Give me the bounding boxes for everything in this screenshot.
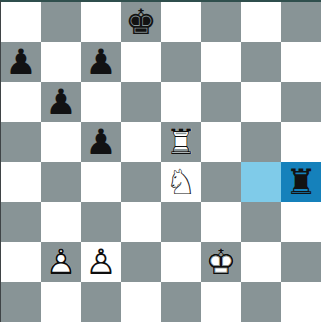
- piece-black-pawn-b6[interactable]: ♟: [41, 82, 81, 122]
- square-h5[interactable]: [281, 122, 321, 162]
- square-g6[interactable]: [241, 82, 281, 122]
- square-e8[interactable]: [161, 2, 201, 42]
- square-c8[interactable]: [81, 2, 121, 42]
- white-piece-outline-layer: ♖: [161, 122, 201, 162]
- black-piece-glyph: ♟: [81, 42, 121, 82]
- square-b2[interactable]: ♟♙: [41, 242, 81, 282]
- square-h3[interactable]: [281, 202, 321, 242]
- chess-board: ♚♟♟♟♟♜♖♞♘♜♟♙♟♙♚♔: [1, 2, 321, 322]
- piece-black-rook-h4[interactable]: ♜: [281, 162, 321, 202]
- square-b1[interactable]: [41, 282, 81, 322]
- square-e1[interactable]: [161, 282, 201, 322]
- piece-black-pawn-c5[interactable]: ♟: [81, 122, 121, 162]
- black-piece-glyph: ♚: [121, 2, 161, 42]
- square-f7[interactable]: [201, 42, 241, 82]
- square-a7[interactable]: ♟: [1, 42, 41, 82]
- black-piece-glyph: ♜: [281, 162, 321, 202]
- white-piece-outline-layer: ♙: [41, 242, 81, 282]
- square-a8[interactable]: [1, 2, 41, 42]
- square-c4[interactable]: [81, 162, 121, 202]
- square-g7[interactable]: [241, 42, 281, 82]
- piece-white-knight-e4[interactable]: ♞♘: [161, 162, 201, 202]
- square-f2[interactable]: ♚♔: [201, 242, 241, 282]
- square-h2[interactable]: [281, 242, 321, 282]
- square-a2[interactable]: [1, 242, 41, 282]
- square-h7[interactable]: [281, 42, 321, 82]
- piece-white-pawn-c2[interactable]: ♟♙: [81, 242, 121, 282]
- square-d2[interactable]: [121, 242, 161, 282]
- square-a4[interactable]: [1, 162, 41, 202]
- square-h4[interactable]: ♜: [281, 162, 321, 202]
- black-piece-glyph: ♟: [1, 42, 41, 82]
- piece-white-king-f2[interactable]: ♚♔: [201, 242, 241, 282]
- square-b3[interactable]: [41, 202, 81, 242]
- square-g4[interactable]: [241, 162, 281, 202]
- square-a3[interactable]: [1, 202, 41, 242]
- square-b8[interactable]: [41, 2, 81, 42]
- piece-white-rook-e5[interactable]: ♜♖: [161, 122, 201, 162]
- square-d1[interactable]: [121, 282, 161, 322]
- square-g1[interactable]: [241, 282, 281, 322]
- square-a5[interactable]: [1, 122, 41, 162]
- white-piece-outline-layer: ♘: [161, 162, 201, 202]
- white-piece-outline-layer: ♔: [201, 242, 241, 282]
- piece-black-pawn-c7[interactable]: ♟: [81, 42, 121, 82]
- square-e5[interactable]: ♜♖: [161, 122, 201, 162]
- square-b7[interactable]: [41, 42, 81, 82]
- square-b5[interactable]: [41, 122, 81, 162]
- square-e4[interactable]: ♞♘: [161, 162, 201, 202]
- square-e3[interactable]: [161, 202, 201, 242]
- square-c1[interactable]: [81, 282, 121, 322]
- square-b6[interactable]: ♟: [41, 82, 81, 122]
- square-g2[interactable]: [241, 242, 281, 282]
- square-f3[interactable]: [201, 202, 241, 242]
- square-d8[interactable]: ♚: [121, 2, 161, 42]
- square-f6[interactable]: [201, 82, 241, 122]
- black-piece-glyph: ♟: [81, 122, 121, 162]
- square-d5[interactable]: [121, 122, 161, 162]
- square-g8[interactable]: [241, 2, 281, 42]
- square-d6[interactable]: [121, 82, 161, 122]
- square-f4[interactable]: [201, 162, 241, 202]
- square-e6[interactable]: [161, 82, 201, 122]
- board-frame: ♚♟♟♟♟♜♖♞♘♜♟♙♟♙♚♔: [0, 0, 321, 322]
- square-c7[interactable]: ♟: [81, 42, 121, 82]
- square-e7[interactable]: [161, 42, 201, 82]
- square-f8[interactable]: [201, 2, 241, 42]
- piece-black-king-d8[interactable]: ♚: [121, 2, 161, 42]
- square-f1[interactable]: [201, 282, 241, 322]
- square-b4[interactable]: [41, 162, 81, 202]
- piece-black-pawn-a7[interactable]: ♟: [1, 42, 41, 82]
- square-c2[interactable]: ♟♙: [81, 242, 121, 282]
- square-f5[interactable]: [201, 122, 241, 162]
- white-piece-outline-layer: ♙: [81, 242, 121, 282]
- square-e2[interactable]: [161, 242, 201, 282]
- square-d7[interactable]: [121, 42, 161, 82]
- piece-white-pawn-b2[interactable]: ♟♙: [41, 242, 81, 282]
- square-h8[interactable]: [281, 2, 321, 42]
- square-a6[interactable]: [1, 82, 41, 122]
- square-d4[interactable]: [121, 162, 161, 202]
- square-d3[interactable]: [121, 202, 161, 242]
- square-c3[interactable]: [81, 202, 121, 242]
- square-a1[interactable]: [1, 282, 41, 322]
- square-h6[interactable]: [281, 82, 321, 122]
- black-piece-glyph: ♟: [41, 82, 81, 122]
- square-g3[interactable]: [241, 202, 281, 242]
- square-h1[interactable]: [281, 282, 321, 322]
- square-g5[interactable]: [241, 122, 281, 162]
- square-c6[interactable]: [81, 82, 121, 122]
- square-c5[interactable]: ♟: [81, 122, 121, 162]
